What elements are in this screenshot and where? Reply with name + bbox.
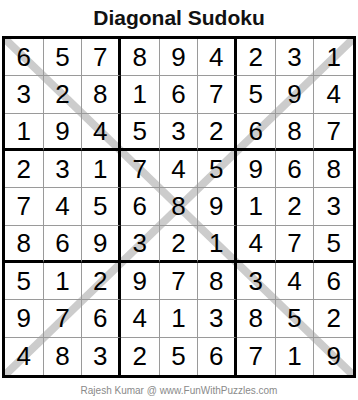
cell-r6c9: 5 — [314, 226, 353, 263]
cell-r8c1: 9 — [5, 300, 44, 337]
cell-r7c4: 9 — [121, 263, 160, 300]
cell-r5c1: 7 — [5, 188, 44, 225]
sudoku-board: 6578942313281675941945326872317459687456… — [2, 36, 356, 378]
cell-r1c7: 2 — [237, 39, 276, 76]
cell-r9c6: 6 — [198, 338, 237, 375]
cell-r1c3: 7 — [82, 39, 121, 76]
cell-r7c1: 5 — [5, 263, 44, 300]
cell-r3c8: 8 — [276, 114, 315, 151]
cell-r8c7: 8 — [237, 300, 276, 337]
cell-r2c2: 2 — [44, 76, 83, 113]
cell-r6c6: 1 — [198, 226, 237, 263]
cell-r9c7: 7 — [237, 338, 276, 375]
cell-r8c8: 5 — [276, 300, 315, 337]
cell-r7c6: 8 — [198, 263, 237, 300]
cell-r3c6: 2 — [198, 114, 237, 151]
cell-r5c3: 5 — [82, 188, 121, 225]
cell-r3c3: 4 — [82, 114, 121, 151]
page-title: Diagonal Sudoku — [0, 0, 358, 32]
cell-r9c4: 2 — [121, 338, 160, 375]
cell-r2c3: 8 — [82, 76, 121, 113]
credit-line: Rajesh Kumar @ www.FunWithPuzzles.com — [0, 385, 358, 396]
cell-r3c2: 9 — [44, 114, 83, 151]
cell-r3c4: 5 — [121, 114, 160, 151]
cell-r2c7: 5 — [237, 76, 276, 113]
cell-r9c2: 8 — [44, 338, 83, 375]
cell-r2c1: 3 — [5, 76, 44, 113]
cell-r7c3: 2 — [82, 263, 121, 300]
cell-r7c8: 4 — [276, 263, 315, 300]
cell-r3c9: 7 — [314, 114, 353, 151]
cell-r8c9: 2 — [314, 300, 353, 337]
cell-r2c6: 7 — [198, 76, 237, 113]
cell-r8c2: 7 — [44, 300, 83, 337]
cell-r1c2: 5 — [44, 39, 83, 76]
cell-r9c3: 3 — [82, 338, 121, 375]
cell-r1c1: 6 — [5, 39, 44, 76]
cell-r5c7: 1 — [237, 188, 276, 225]
cell-r6c3: 9 — [82, 226, 121, 263]
cell-r5c8: 2 — [276, 188, 315, 225]
cell-r5c6: 9 — [198, 188, 237, 225]
cell-r1c9: 1 — [314, 39, 353, 76]
cell-r2c5: 6 — [160, 76, 199, 113]
cell-r4c1: 2 — [5, 151, 44, 188]
cell-r6c2: 6 — [44, 226, 83, 263]
cell-r6c1: 8 — [5, 226, 44, 263]
cell-r7c7: 3 — [237, 263, 276, 300]
cell-r4c2: 3 — [44, 151, 83, 188]
cell-r9c1: 4 — [5, 338, 44, 375]
cell-r7c5: 7 — [160, 263, 199, 300]
cell-r1c4: 8 — [121, 39, 160, 76]
cell-r2c9: 4 — [314, 76, 353, 113]
cell-r4c3: 1 — [82, 151, 121, 188]
cell-r7c2: 1 — [44, 263, 83, 300]
cell-r9c5: 5 — [160, 338, 199, 375]
sudoku-grid: 6578942313281675941945326872317459687456… — [5, 39, 353, 375]
cell-r8c6: 3 — [198, 300, 237, 337]
cell-r9c8: 1 — [276, 338, 315, 375]
cell-r4c6: 5 — [198, 151, 237, 188]
cell-r2c4: 1 — [121, 76, 160, 113]
cell-r3c1: 1 — [5, 114, 44, 151]
cell-r5c5: 8 — [160, 188, 199, 225]
cell-r3c5: 3 — [160, 114, 199, 151]
cell-r5c4: 6 — [121, 188, 160, 225]
cell-r5c2: 4 — [44, 188, 83, 225]
cell-r4c7: 9 — [237, 151, 276, 188]
cell-r1c5: 9 — [160, 39, 199, 76]
cell-r7c9: 6 — [314, 263, 353, 300]
cell-r4c9: 8 — [314, 151, 353, 188]
cell-r5c9: 3 — [314, 188, 353, 225]
cell-r1c8: 3 — [276, 39, 315, 76]
cell-r9c9: 9 — [314, 338, 353, 375]
cell-r2c8: 9 — [276, 76, 315, 113]
cell-r6c5: 2 — [160, 226, 199, 263]
cell-r4c4: 7 — [121, 151, 160, 188]
cell-r6c8: 7 — [276, 226, 315, 263]
diagonal-sudoku-page: Diagonal Sudoku 657894231328167594194532… — [0, 0, 358, 400]
cell-r8c5: 1 — [160, 300, 199, 337]
cell-r4c5: 4 — [160, 151, 199, 188]
cell-r8c3: 6 — [82, 300, 121, 337]
cell-r6c4: 3 — [121, 226, 160, 263]
cell-r4c8: 6 — [276, 151, 315, 188]
cell-r1c6: 4 — [198, 39, 237, 76]
cell-r8c4: 4 — [121, 300, 160, 337]
cell-r6c7: 4 — [237, 226, 276, 263]
cell-r3c7: 6 — [237, 114, 276, 151]
